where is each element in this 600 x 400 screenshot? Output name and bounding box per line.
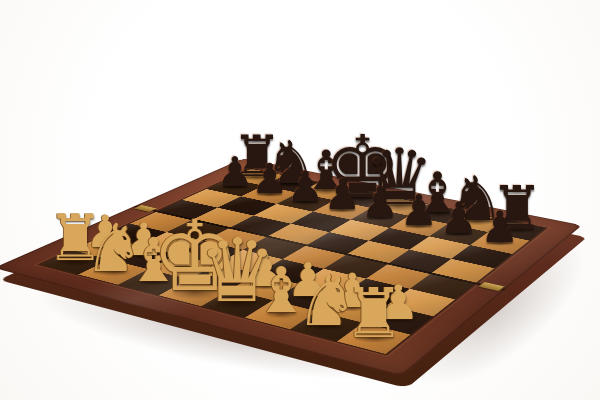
photo-stage: ♜♞♝♚♛♝♞♜♟♟♟♟♟♟♟♟♟♟♟♟♟♟♟♟♜♞♝♚♛♝♞♜ — [0, 0, 600, 400]
piece-black-pawn: ♟ — [361, 181, 399, 223]
piece-black-pawn: ♟ — [323, 174, 361, 216]
piece-black-pawn: ♟ — [481, 205, 520, 249]
piece-black-pawn: ♟ — [440, 197, 479, 240]
piece-black-pawn: ♟ — [287, 166, 324, 208]
piece-black-pawn: ♟ — [251, 159, 288, 200]
pieces-layer: ♜♞♝♚♛♝♞♜♟♟♟♟♟♟♟♟♟♟♟♟♟♟♟♟♜♞♝♚♛♝♞♜ — [0, 0, 600, 400]
piece-black-pawn: ♟ — [400, 189, 438, 232]
piece-white-rook: ♜ — [343, 279, 404, 347]
piece-black-pawn: ♟ — [217, 152, 254, 193]
